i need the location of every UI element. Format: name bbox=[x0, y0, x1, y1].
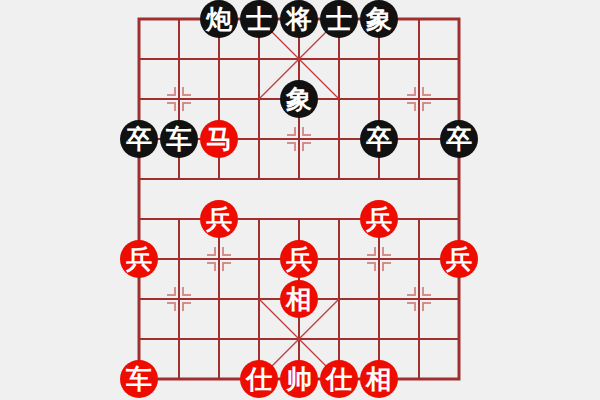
piece-red-soldier[interactable]: 兵 bbox=[360, 200, 398, 238]
piece-black-soldier[interactable]: 卒 bbox=[440, 120, 478, 158]
point-5-2[interactable] bbox=[319, 79, 359, 119]
point-6-6[interactable] bbox=[359, 239, 399, 279]
piece-red-elephant[interactable]: 相 bbox=[360, 360, 398, 398]
point-1-0[interactable] bbox=[159, 0, 199, 39]
point-5-3[interactable] bbox=[319, 119, 359, 159]
point-2-5[interactable]: 兵 bbox=[199, 199, 239, 239]
point-8-9[interactable] bbox=[439, 359, 479, 399]
point-0-2[interactable] bbox=[119, 79, 159, 119]
point-4-9[interactable]: 帅 bbox=[279, 359, 319, 399]
piece-red-soldier[interactable]: 兵 bbox=[280, 240, 318, 278]
point-8-7[interactable] bbox=[439, 279, 479, 319]
point-7-8[interactable] bbox=[399, 319, 439, 359]
point-7-2[interactable] bbox=[399, 79, 439, 119]
piece-black-elephant[interactable]: 象 bbox=[280, 80, 318, 118]
point-2-0[interactable]: 炮 bbox=[199, 0, 239, 39]
point-6-4[interactable] bbox=[359, 159, 399, 199]
point-7-1[interactable] bbox=[399, 39, 439, 79]
point-4-4[interactable] bbox=[279, 159, 319, 199]
point-4-6[interactable]: 兵 bbox=[279, 239, 319, 279]
piece-red-advisor[interactable]: 仕 bbox=[240, 360, 278, 398]
point-0-8[interactable] bbox=[119, 319, 159, 359]
piece-red-soldier[interactable]: 兵 bbox=[440, 240, 478, 278]
point-7-7[interactable] bbox=[399, 279, 439, 319]
point-1-3[interactable]: 车 bbox=[159, 119, 199, 159]
point-3-9[interactable]: 仕 bbox=[239, 359, 279, 399]
point-1-6[interactable] bbox=[159, 239, 199, 279]
point-7-0[interactable] bbox=[399, 0, 439, 39]
piece-red-general[interactable]: 帅 bbox=[280, 360, 318, 398]
point-8-3[interactable]: 卒 bbox=[439, 119, 479, 159]
point-2-6[interactable] bbox=[199, 239, 239, 279]
point-4-0[interactable]: 将 bbox=[279, 0, 319, 39]
point-1-1[interactable] bbox=[159, 39, 199, 79]
point-6-7[interactable] bbox=[359, 279, 399, 319]
point-3-6[interactable] bbox=[239, 239, 279, 279]
point-6-3[interactable]: 卒 bbox=[359, 119, 399, 159]
point-1-8[interactable] bbox=[159, 319, 199, 359]
point-1-7[interactable] bbox=[159, 279, 199, 319]
point-5-9[interactable]: 仕 bbox=[319, 359, 359, 399]
point-3-1[interactable] bbox=[239, 39, 279, 79]
point-1-9[interactable] bbox=[159, 359, 199, 399]
point-5-1[interactable] bbox=[319, 39, 359, 79]
point-5-7[interactable] bbox=[319, 279, 359, 319]
point-0-7[interactable] bbox=[119, 279, 159, 319]
piece-black-chariot[interactable]: 车 bbox=[160, 120, 198, 158]
xiangqi-app: 炮士将士象象卒车马卒卒兵兵兵兵兵相车仕帅仕相 bbox=[0, 0, 600, 400]
point-5-8[interactable] bbox=[319, 319, 359, 359]
point-3-7[interactable] bbox=[239, 279, 279, 319]
point-3-5[interactable] bbox=[239, 199, 279, 239]
piece-black-elephant[interactable]: 象 bbox=[360, 0, 398, 38]
point-3-2[interactable] bbox=[239, 79, 279, 119]
point-0-4[interactable] bbox=[119, 159, 159, 199]
point-0-6[interactable]: 兵 bbox=[119, 239, 159, 279]
point-3-0[interactable]: 士 bbox=[239, 0, 279, 39]
point-6-1[interactable] bbox=[359, 39, 399, 79]
point-6-5[interactable]: 兵 bbox=[359, 199, 399, 239]
point-8-0[interactable] bbox=[439, 0, 479, 39]
point-2-7[interactable] bbox=[199, 279, 239, 319]
piece-black-advisor[interactable]: 士 bbox=[320, 0, 358, 38]
piece-red-soldier[interactable]: 兵 bbox=[200, 200, 238, 238]
piece-red-elephant[interactable]: 相 bbox=[280, 280, 318, 318]
point-2-8[interactable] bbox=[199, 319, 239, 359]
point-8-8[interactable] bbox=[439, 319, 479, 359]
point-2-9[interactable] bbox=[199, 359, 239, 399]
piece-black-soldier[interactable]: 卒 bbox=[120, 120, 158, 158]
point-1-4[interactable] bbox=[159, 159, 199, 199]
piece-black-general[interactable]: 将 bbox=[280, 0, 318, 38]
point-2-1[interactable] bbox=[199, 39, 239, 79]
point-5-0[interactable]: 士 bbox=[319, 0, 359, 39]
point-6-8[interactable] bbox=[359, 319, 399, 359]
point-4-5[interactable] bbox=[279, 199, 319, 239]
point-0-3[interactable]: 卒 bbox=[119, 119, 159, 159]
point-8-5[interactable] bbox=[439, 199, 479, 239]
piece-red-soldier[interactable]: 兵 bbox=[120, 240, 158, 278]
point-2-3[interactable]: 马 bbox=[199, 119, 239, 159]
piece-black-cannon[interactable]: 炮 bbox=[200, 0, 238, 38]
point-1-2[interactable] bbox=[159, 79, 199, 119]
point-6-0[interactable]: 象 bbox=[359, 0, 399, 39]
point-3-4[interactable] bbox=[239, 159, 279, 199]
point-6-2[interactable] bbox=[359, 79, 399, 119]
point-8-2[interactable] bbox=[439, 79, 479, 119]
point-1-5[interactable] bbox=[159, 199, 199, 239]
point-7-6[interactable] bbox=[399, 239, 439, 279]
point-3-8[interactable] bbox=[239, 319, 279, 359]
point-4-8[interactable] bbox=[279, 319, 319, 359]
point-5-6[interactable] bbox=[319, 239, 359, 279]
xiangqi-board: 炮士将士象象卒车马卒卒兵兵兵兵兵相车仕帅仕相 bbox=[119, 0, 479, 399]
point-0-9[interactable]: 车 bbox=[119, 359, 159, 399]
point-8-6[interactable]: 兵 bbox=[439, 239, 479, 279]
point-2-4[interactable] bbox=[199, 159, 239, 199]
piece-black-advisor[interactable]: 士 bbox=[240, 0, 278, 38]
point-4-2[interactable]: 象 bbox=[279, 79, 319, 119]
point-4-3[interactable] bbox=[279, 119, 319, 159]
point-4-7[interactable]: 相 bbox=[279, 279, 319, 319]
point-0-1[interactable] bbox=[119, 39, 159, 79]
point-2-2[interactable] bbox=[199, 79, 239, 119]
point-5-5[interactable] bbox=[319, 199, 359, 239]
point-7-5[interactable] bbox=[399, 199, 439, 239]
point-4-1[interactable] bbox=[279, 39, 319, 79]
point-8-1[interactable] bbox=[439, 39, 479, 79]
point-8-4[interactable] bbox=[439, 159, 479, 199]
point-6-9[interactable]: 相 bbox=[359, 359, 399, 399]
piece-red-horse[interactable]: 马 bbox=[200, 120, 238, 158]
point-3-3[interactable] bbox=[239, 119, 279, 159]
piece-red-chariot[interactable]: 车 bbox=[120, 360, 158, 398]
point-7-9[interactable] bbox=[399, 359, 439, 399]
point-0-0[interactable] bbox=[119, 0, 159, 39]
piece-red-advisor[interactable]: 仕 bbox=[320, 360, 358, 398]
point-7-4[interactable] bbox=[399, 159, 439, 199]
piece-black-soldier[interactable]: 卒 bbox=[360, 120, 398, 158]
point-7-3[interactable] bbox=[399, 119, 439, 159]
point-0-5[interactable] bbox=[119, 199, 159, 239]
point-5-4[interactable] bbox=[319, 159, 359, 199]
